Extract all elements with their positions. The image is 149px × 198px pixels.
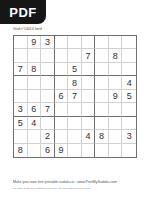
sudoku-cell-r8c7: 8: [95, 130, 109, 143]
sudoku-cell-r2c8: 8: [109, 49, 123, 62]
sudoku-cell-r1c6: [82, 36, 96, 49]
sudoku-cell-r5c7: [95, 90, 109, 103]
sudoku-cell-r5c4: 6: [55, 90, 69, 103]
sudoku-cell-r6c9: [122, 103, 136, 116]
sudoku-cell-r3c3: [41, 63, 55, 76]
sudoku-cell-r5c6: [82, 90, 96, 103]
sudoku-cell-r4c1: [14, 76, 28, 89]
sudoku-cell-r9c6: [82, 144, 96, 157]
sudoku-cell-r9c7: [95, 144, 109, 157]
sudoku-cell-r5c8: 9: [109, 90, 123, 103]
sudoku-cell-r6c8: [109, 103, 123, 116]
sudoku-cell-r4c9: 4: [122, 76, 136, 89]
sudoku-cell-r3c6: [82, 63, 96, 76]
sudoku-cell-r6c3: 7: [41, 103, 55, 116]
sudoku-cell-r8c1: [14, 130, 28, 143]
sudoku-cell-r5c5: 7: [68, 90, 82, 103]
sudoku-cell-r1c5: [68, 36, 82, 49]
sudoku-board: 9378785846795367542483869: [13, 35, 137, 158]
sudoku-cell-r8c9: 3: [122, 130, 136, 143]
sudoku-cell-r2c7: [95, 49, 109, 62]
sudoku-cell-r6c1: 3: [14, 103, 28, 116]
sudoku-cell-r7c3: [41, 117, 55, 130]
sudoku-cell-r6c6: [82, 103, 96, 116]
sudoku-cell-r6c5: [68, 103, 82, 116]
sudoku-cell-r2c6: 7: [82, 49, 96, 62]
sudoku-cell-r4c2: [28, 76, 42, 89]
sudoku-cell-r4c4: [55, 76, 69, 89]
sudoku-cell-r3c8: [109, 63, 123, 76]
sudoku-cell-r3c7: [95, 63, 109, 76]
sudoku-cell-r7c1: 5: [14, 117, 28, 130]
sudoku-cell-r9c8: [109, 144, 123, 157]
sudoku-cell-r8c5: [68, 130, 82, 143]
sudoku-cell-r8c8: [109, 130, 123, 143]
sudoku-cell-r7c5: [68, 117, 82, 130]
sudoku-cell-r4c5: 8: [68, 76, 82, 89]
sudoku-cell-r5c3: [41, 90, 55, 103]
sudoku-cell-r9c3: 6: [41, 144, 55, 157]
sudoku-cell-r6c2: 6: [28, 103, 42, 116]
sudoku-cell-r1c2: 9: [28, 36, 42, 49]
sudoku-cell-r6c7: [95, 103, 109, 116]
sudoku-cell-r6c4: [55, 103, 69, 116]
sudoku-cell-r1c3: 3: [41, 36, 55, 49]
sudoku-cell-r2c9: [122, 49, 136, 62]
pdf-badge-label: PDF: [9, 4, 37, 20]
footer-site-line: Make your own free printable sudoku at :…: [13, 180, 117, 184]
sudoku-cell-r3c4: [55, 63, 69, 76]
sudoku-cell-r5c2: [28, 90, 42, 103]
sudoku-cell-r7c4: [55, 117, 69, 130]
sudoku-cell-r2c4: [55, 49, 69, 62]
sudoku-cell-r2c1: [14, 49, 28, 62]
sudoku-cell-r5c1: [14, 90, 28, 103]
sudoku-cell-r4c3: [41, 76, 55, 89]
sudoku-cell-r8c2: [28, 130, 42, 143]
sudoku-cell-r3c2: 8: [28, 63, 42, 76]
sudoku-cell-r1c7: [95, 36, 109, 49]
sudoku-cell-r7c7: [95, 117, 109, 130]
sudoku-cell-r7c8: [109, 117, 123, 130]
sudoku-cell-r5c9: 5: [122, 90, 136, 103]
sudoku-cell-r7c6: [82, 117, 96, 130]
footer-tagline: We have all the free sudokus you need! 4…: [13, 186, 91, 189]
sudoku-cell-r2c3: [41, 49, 55, 62]
sudoku-cell-r3c9: [122, 63, 136, 76]
sudoku-cell-r9c2: [28, 144, 42, 157]
sudoku-cell-r1c1: [14, 36, 28, 49]
sudoku-cell-r1c4: [55, 36, 69, 49]
pdf-preview-page: PDF Grid n°14414 hard 937878584679536754…: [0, 0, 149, 198]
sudoku-cell-r9c4: 9: [55, 144, 69, 157]
sudoku-cell-r7c2: 4: [28, 117, 42, 130]
puzzle-title: Grid n°14414 hard: [13, 27, 42, 31]
sudoku-cell-r8c3: 2: [41, 130, 55, 143]
sudoku-cell-r8c4: [55, 130, 69, 143]
sudoku-cell-r9c9: [122, 144, 136, 157]
sudoku-cell-r2c5: [68, 49, 82, 62]
sudoku-cell-r9c1: 8: [14, 144, 28, 157]
sudoku-cell-r4c6: [82, 76, 96, 89]
sudoku-cell-r9c5: [68, 144, 82, 157]
sudoku-cell-r8c6: 4: [82, 130, 96, 143]
sudoku-cell-r3c1: 7: [14, 63, 28, 76]
sudoku-cell-r1c9: [122, 36, 136, 49]
sudoku-cell-r4c8: [109, 76, 123, 89]
sudoku-cell-r2c2: [28, 49, 42, 62]
sudoku-cell-r4c7: [95, 76, 109, 89]
sudoku-cell-r7c9: [122, 117, 136, 130]
pdf-badge: PDF: [0, 0, 46, 24]
sudoku-cell-r1c8: [109, 36, 123, 49]
sudoku-cell-r3c5: 5: [68, 63, 82, 76]
